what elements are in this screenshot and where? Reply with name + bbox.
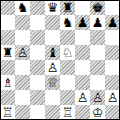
black-queen: ♛	[47, 0, 59, 15]
square-b3[interactable]	[15, 75, 30, 90]
square-g6[interactable]	[90, 30, 105, 45]
white-king: ♔	[92, 105, 104, 120]
square-b6[interactable]	[15, 30, 30, 45]
square-b7[interactable]	[15, 15, 30, 30]
black-bishop: ♝	[47, 45, 59, 60]
square-f5[interactable]	[75, 45, 90, 60]
white-pawn: ♙	[17, 45, 29, 60]
square-c5[interactable]	[30, 45, 45, 60]
black-pawn: ♟	[92, 15, 104, 30]
square-b2[interactable]	[15, 90, 30, 105]
square-e8[interactable]: ♜	[60, 0, 75, 15]
black-knight: ♞	[62, 15, 74, 30]
square-b5[interactable]: ♙	[15, 45, 30, 60]
white-queen: ♕	[47, 75, 59, 90]
square-a1[interactable]: ♖	[0, 105, 15, 120]
square-e1[interactable]: ♖	[60, 105, 75, 120]
square-d8[interactable]: ♛	[45, 0, 60, 15]
square-h8[interactable]	[105, 0, 120, 15]
square-e2[interactable]	[60, 90, 75, 105]
square-e5[interactable]: ♘	[60, 45, 75, 60]
square-d2[interactable]	[45, 90, 60, 105]
square-h5[interactable]	[105, 45, 120, 60]
square-g4[interactable]	[90, 60, 105, 75]
square-g7[interactable]: ♟	[90, 15, 105, 30]
square-c7[interactable]	[30, 15, 45, 30]
square-h6[interactable]	[105, 30, 120, 45]
square-e4[interactable]	[60, 60, 75, 75]
white-rook: ♖	[62, 105, 74, 120]
square-g5[interactable]	[90, 45, 105, 60]
black-rook: ♜	[2, 45, 14, 60]
white-rook: ♖	[2, 105, 14, 120]
square-c4[interactable]	[30, 60, 45, 75]
white-knight: ♘	[62, 45, 74, 60]
square-c2[interactable]	[30, 90, 45, 105]
square-a7[interactable]	[0, 15, 15, 30]
black-rook: ♜	[62, 0, 74, 15]
square-g3[interactable]	[90, 75, 105, 90]
square-d5[interactable]: ♝	[45, 45, 60, 60]
square-a3[interactable]: ♗	[0, 75, 15, 90]
square-c6[interactable]	[30, 30, 45, 45]
white-pawn: ♙	[47, 60, 59, 75]
square-a2[interactable]	[0, 90, 15, 105]
square-d7[interactable]	[45, 15, 60, 30]
square-f8[interactable]	[75, 0, 90, 15]
square-d3[interactable]: ♕	[45, 75, 60, 90]
square-h1[interactable]	[105, 105, 120, 120]
square-c3[interactable]	[30, 75, 45, 90]
square-b1[interactable]	[15, 105, 30, 120]
square-d4[interactable]: ♙	[45, 60, 60, 75]
square-f6[interactable]	[75, 30, 90, 45]
square-f7[interactable]: ♟	[75, 15, 90, 30]
white-pawn: ♙	[92, 90, 104, 105]
square-b4[interactable]	[15, 60, 30, 75]
square-c1[interactable]	[30, 105, 45, 120]
square-a6[interactable]	[0, 30, 15, 45]
square-a8[interactable]	[0, 0, 15, 15]
chess-board-grid: ♞♛♜♚♞♟♟♟♜♙♝♘♙♗♕♙♙♙♖♖♔	[0, 0, 120, 120]
square-g8[interactable]: ♚	[90, 0, 105, 15]
square-g2[interactable]: ♙	[90, 90, 105, 105]
black-pawn: ♟	[77, 15, 89, 30]
square-f1[interactable]	[75, 105, 90, 120]
chess-board: ♞♛♜♚♞♟♟♟♜♙♝♘♙♗♕♙♙♙♖♖♔	[0, 0, 120, 120]
square-e6[interactable]	[60, 30, 75, 45]
white-pawn: ♙	[107, 90, 119, 105]
black-king: ♚	[92, 0, 104, 15]
square-d6[interactable]	[45, 30, 60, 45]
black-pawn: ♟	[107, 15, 119, 30]
square-a5[interactable]: ♜	[0, 45, 15, 60]
square-f4[interactable]	[75, 60, 90, 75]
square-h4[interactable]	[105, 60, 120, 75]
square-d1[interactable]	[45, 105, 60, 120]
white-bishop: ♗	[2, 75, 14, 90]
square-b8[interactable]: ♞	[15, 0, 30, 15]
square-h3[interactable]	[105, 75, 120, 90]
square-c8[interactable]	[30, 0, 45, 15]
white-pawn: ♙	[77, 90, 89, 105]
square-e7[interactable]: ♞	[60, 15, 75, 30]
square-g1[interactable]: ♔	[90, 105, 105, 120]
square-f3[interactable]	[75, 75, 90, 90]
black-knight: ♞	[17, 0, 29, 15]
square-h7[interactable]: ♟	[105, 15, 120, 30]
square-h2[interactable]: ♙	[105, 90, 120, 105]
square-f2[interactable]: ♙	[75, 90, 90, 105]
square-e3[interactable]	[60, 75, 75, 90]
square-a4[interactable]	[0, 60, 15, 75]
